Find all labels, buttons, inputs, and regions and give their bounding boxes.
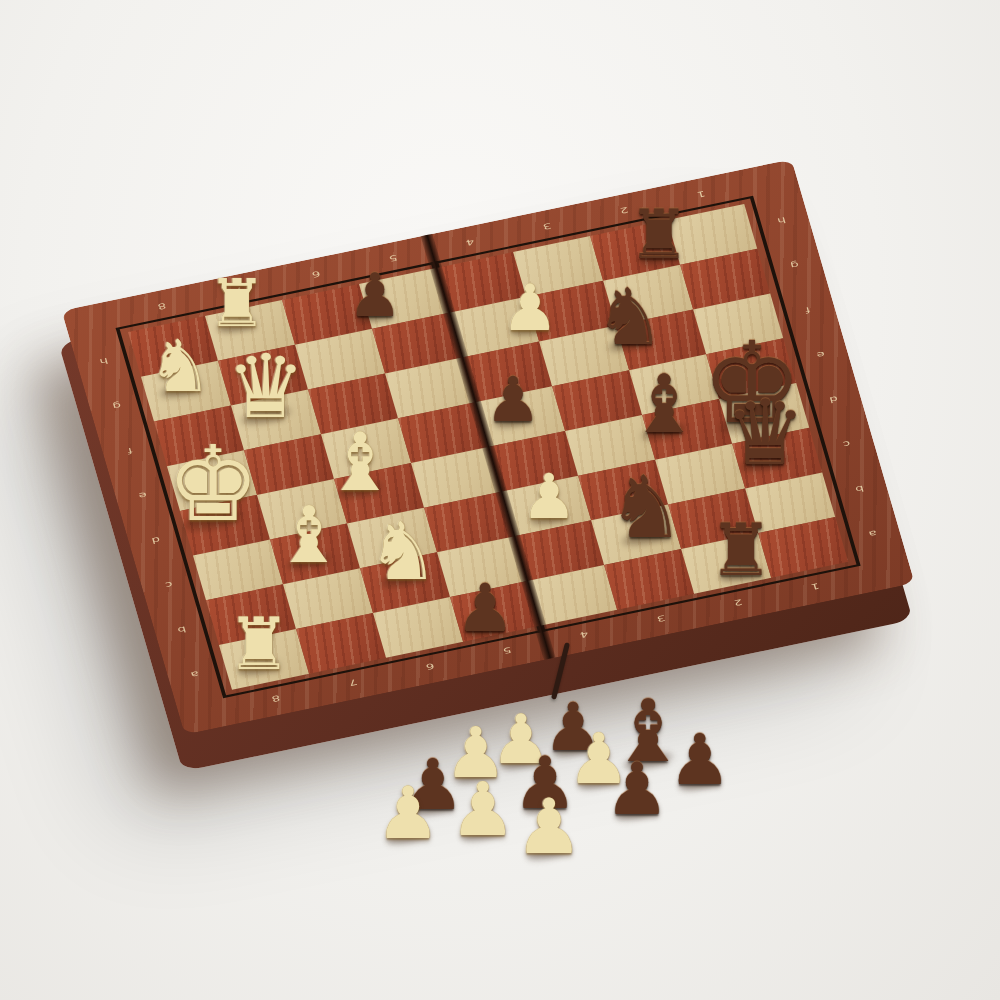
captured-shadow-white-pawn-1 [455,767,497,786]
captured-piece-dark-bishop-9[interactable]: ♝ [609,688,686,774]
captured-shadow-dark-pawn-10 [615,803,658,823]
captured-piece-dark-pawn-6[interactable]: ♟ [402,750,465,820]
captured-shadow-dark-pawn-6 [412,799,454,818]
captured-piece-dark-pawn-11[interactable]: ♟ [669,725,732,795]
chess-board: 8877665544332211hhggffeeddccbbaa [128,204,848,690]
captured-piece-white-pawn-1[interactable]: ♟ [445,718,508,788]
captured-piece-dark-pawn-7[interactable]: ♟ [513,747,578,819]
captured-piece-white-pawn-5[interactable]: ♟ [568,724,631,794]
captured-shadow-dark-pawn-7 [523,797,566,817]
captured-shadow-white-pawn-0 [386,827,429,847]
captured-shadow-white-pawn-3 [501,754,542,773]
captured-shadow-white-pawn-4 [526,842,572,863]
captured-shadow-dark-pawn-8 [553,741,593,759]
captured-piece-white-pawn-4[interactable]: ♟ [515,789,583,865]
product-photo-scene: 8877665544332211hhggffeeddccbbaa ♜♜♞♛♚♝♝… [0,0,1000,1000]
captured-piece-dark-pawn-10[interactable]: ♟ [605,753,670,825]
captured-piece-white-pawn-2[interactable]: ♟ [450,772,516,846]
captured-piece-white-pawn-0[interactable]: ♟ [376,777,441,849]
captured-shadow-white-pawn-2 [461,824,505,844]
captured-shadow-dark-bishop-9 [622,749,674,773]
captured-piece-dark-pawn-8[interactable]: ♟ [543,695,602,761]
captured-shadow-white-pawn-5 [578,773,620,792]
captured-shadow-dark-pawn-11 [679,774,721,793]
captured-piece-white-pawn-3[interactable]: ♟ [491,706,552,774]
